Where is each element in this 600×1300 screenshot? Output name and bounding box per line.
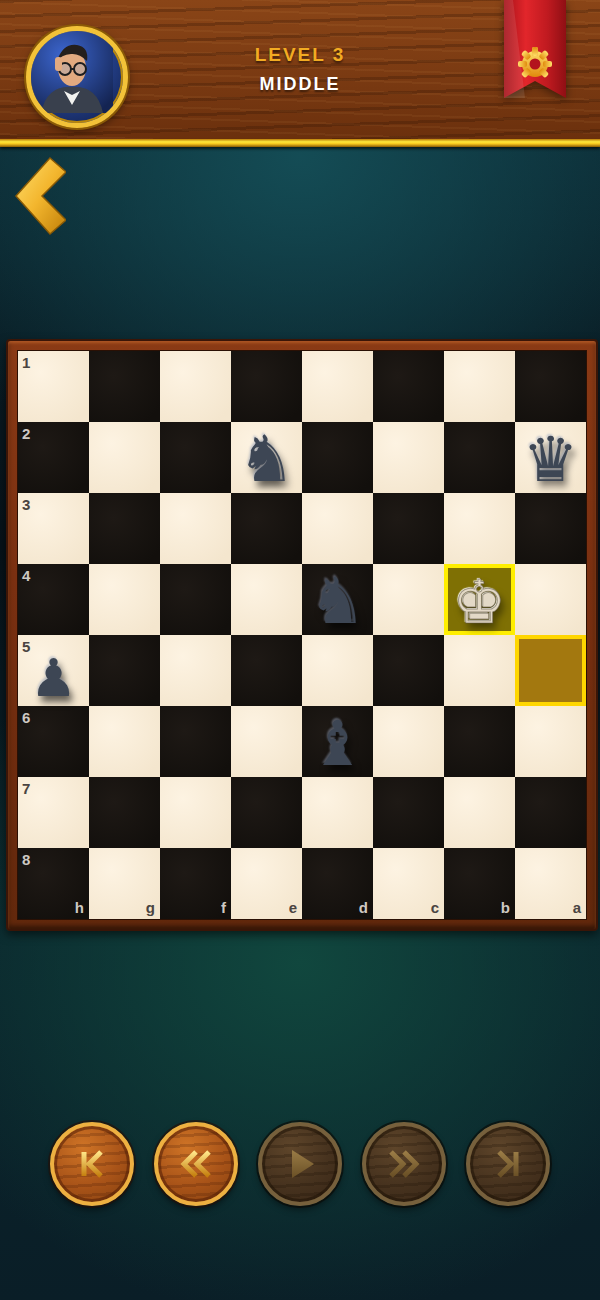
square-b3[interactable] xyxy=(444,493,515,564)
square-h3[interactable]: 3 xyxy=(18,493,89,564)
square-g2[interactable] xyxy=(89,422,160,493)
square-c3[interactable] xyxy=(373,493,444,564)
black-bishop-d6[interactable]: ♝ xyxy=(302,713,373,775)
file-label-b: b xyxy=(501,899,510,916)
square-d5[interactable] xyxy=(302,635,373,706)
square-g5[interactable] xyxy=(89,635,160,706)
skip-to-start-icon xyxy=(70,1142,114,1186)
square-b8[interactable]: b xyxy=(444,848,515,919)
replay-controls xyxy=(0,1122,600,1206)
square-a8[interactable]: a xyxy=(515,848,586,919)
square-e6[interactable] xyxy=(231,706,302,777)
file-label-e: e xyxy=(289,899,297,916)
square-a5[interactable] xyxy=(515,635,586,706)
square-d3[interactable] xyxy=(302,493,373,564)
avatar-portrait xyxy=(31,31,113,113)
square-h7[interactable]: 7 xyxy=(18,777,89,848)
square-a7[interactable] xyxy=(515,777,586,848)
square-h1[interactable]: 1 xyxy=(18,351,89,422)
skip-to-start-button[interactable] xyxy=(50,1122,134,1206)
file-label-d: d xyxy=(359,899,368,916)
square-b6[interactable] xyxy=(444,706,515,777)
square-h4[interactable]: 4 xyxy=(18,564,89,635)
file-label-c: c xyxy=(431,899,439,916)
file-label-g: g xyxy=(146,899,155,916)
rank-label-1: 1 xyxy=(22,354,30,371)
rank-label-6: 6 xyxy=(22,709,30,726)
file-label-a: a xyxy=(573,899,581,916)
square-d4[interactable]: ♞ xyxy=(302,564,373,635)
back-chevron-icon xyxy=(14,156,66,236)
square-f5[interactable] xyxy=(160,635,231,706)
file-label-h: h xyxy=(75,899,84,916)
rank-label-8: 8 xyxy=(22,851,30,868)
square-f2[interactable] xyxy=(160,422,231,493)
square-c6[interactable] xyxy=(373,706,444,777)
square-h8[interactable]: 8h xyxy=(18,848,89,919)
square-e1[interactable] xyxy=(231,351,302,422)
rank-label-3: 3 xyxy=(22,496,30,513)
play-button[interactable] xyxy=(258,1122,342,1206)
square-d7[interactable] xyxy=(302,777,373,848)
square-f6[interactable] xyxy=(160,706,231,777)
square-b1[interactable] xyxy=(444,351,515,422)
square-c4[interactable] xyxy=(373,564,444,635)
play-icon xyxy=(278,1142,322,1186)
rank-label-7: 7 xyxy=(22,780,30,797)
square-e7[interactable] xyxy=(231,777,302,848)
square-b7[interactable] xyxy=(444,777,515,848)
square-d6[interactable]: ♝ xyxy=(302,706,373,777)
settings-ribbon[interactable] xyxy=(503,0,567,104)
skip-to-end-icon xyxy=(486,1142,530,1186)
skip-to-end-button[interactable] xyxy=(466,1122,550,1206)
square-a3[interactable] xyxy=(515,493,586,564)
square-e5[interactable] xyxy=(231,635,302,706)
square-d2[interactable] xyxy=(302,422,373,493)
level-label: LEVEL 3 xyxy=(255,44,346,66)
black-knight-e2[interactable]: ♞ xyxy=(231,427,302,491)
square-g1[interactable] xyxy=(89,351,160,422)
square-d8[interactable]: d xyxy=(302,848,373,919)
square-c7[interactable] xyxy=(373,777,444,848)
square-a4[interactable] xyxy=(515,564,586,635)
square-f1[interactable] xyxy=(160,351,231,422)
header-gold-divider xyxy=(0,139,600,147)
chess-board-frame: 12♞♛34♞♚5♟6♝78hgfedcba xyxy=(6,339,598,931)
square-c8[interactable]: c xyxy=(373,848,444,919)
square-e8[interactable]: e xyxy=(231,848,302,919)
square-a1[interactable] xyxy=(515,351,586,422)
square-f4[interactable] xyxy=(160,564,231,635)
header-titles: LEVEL 3 MIDDLE xyxy=(150,0,450,139)
square-b2[interactable] xyxy=(444,422,515,493)
square-e4[interactable] xyxy=(231,564,302,635)
avatar[interactable] xyxy=(26,26,128,128)
square-c2[interactable] xyxy=(373,422,444,493)
square-f7[interactable] xyxy=(160,777,231,848)
square-a6[interactable] xyxy=(515,706,586,777)
file-label-f: f xyxy=(221,899,226,916)
square-g6[interactable] xyxy=(89,706,160,777)
square-e3[interactable] xyxy=(231,493,302,564)
square-b4[interactable]: ♚ xyxy=(444,564,515,635)
square-g8[interactable]: g xyxy=(89,848,160,919)
rank-label-2: 2 xyxy=(22,425,30,442)
black-queen-a2[interactable]: ♛ xyxy=(515,429,586,491)
square-g7[interactable] xyxy=(89,777,160,848)
black-knight-d4[interactable]: ♞ xyxy=(302,569,373,633)
rewind-icon xyxy=(174,1142,218,1186)
app-screen: LEVEL 3 MIDDLE xyxy=(0,0,600,1300)
square-h2[interactable]: 2 xyxy=(18,422,89,493)
rewind-button[interactable] xyxy=(154,1122,238,1206)
square-e2[interactable]: ♞ xyxy=(231,422,302,493)
fast-forward-button[interactable] xyxy=(362,1122,446,1206)
square-b5[interactable] xyxy=(444,635,515,706)
square-d1[interactable] xyxy=(302,351,373,422)
square-g4[interactable] xyxy=(89,564,160,635)
back-button[interactable] xyxy=(14,156,66,236)
chess-board: 12♞♛34♞♚5♟6♝78hgfedcba xyxy=(18,351,586,919)
rank-label-4: 4 xyxy=(22,567,30,584)
square-c1[interactable] xyxy=(373,351,444,422)
square-f8[interactable]: f xyxy=(160,848,231,919)
square-f3[interactable] xyxy=(160,493,231,564)
square-g3[interactable] xyxy=(89,493,160,564)
black-pawn-h5[interactable]: ♟ xyxy=(18,652,89,704)
square-h6[interactable]: 6 xyxy=(18,706,89,777)
header-bar: LEVEL 3 MIDDLE xyxy=(0,0,600,139)
square-c5[interactable] xyxy=(373,635,444,706)
white-king-b4[interactable]: ♚ xyxy=(444,573,515,633)
square-a2[interactable]: ♛ xyxy=(515,422,586,493)
difficulty-label: MIDDLE xyxy=(260,74,341,95)
square-h5[interactable]: 5♟ xyxy=(18,635,89,706)
fast-forward-icon xyxy=(382,1142,426,1186)
